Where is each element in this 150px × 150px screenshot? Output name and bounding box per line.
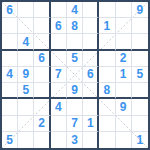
cell-r8c3[interactable]: 2 bbox=[34, 116, 50, 132]
cell-r5c1[interactable]: 4 bbox=[2, 67, 18, 83]
cell-r8c5[interactable]: 7 bbox=[67, 116, 83, 132]
cell-r1c3[interactable] bbox=[34, 2, 50, 18]
sudoku-grid: 649681465249761559849271531 bbox=[2, 2, 148, 148]
cell-r5c6[interactable]: 6 bbox=[83, 67, 99, 83]
cell-r3c3[interactable] bbox=[34, 34, 50, 50]
cell-r6c8[interactable] bbox=[116, 83, 132, 99]
cell-r9c9[interactable]: 1 bbox=[132, 132, 148, 148]
cell-r2c3[interactable] bbox=[34, 18, 50, 34]
cell-r9c2[interactable] bbox=[18, 132, 34, 148]
cell-r9c3[interactable] bbox=[34, 132, 50, 148]
cell-r4c3[interactable]: 6 bbox=[34, 51, 50, 67]
cell-r5c3[interactable] bbox=[34, 67, 50, 83]
cell-r4c6[interactable] bbox=[83, 51, 99, 67]
cell-r4c4[interactable] bbox=[51, 51, 67, 67]
cell-r6c5[interactable]: 9 bbox=[67, 83, 83, 99]
cell-r1c4[interactable] bbox=[51, 2, 67, 18]
cell-r1c7[interactable] bbox=[99, 2, 115, 18]
cell-r4c2[interactable] bbox=[18, 51, 34, 67]
cell-r9c5[interactable]: 3 bbox=[67, 132, 83, 148]
cell-r7c8[interactable]: 9 bbox=[116, 99, 132, 115]
cell-r4c1[interactable] bbox=[2, 51, 18, 67]
cell-r8c7[interactable] bbox=[99, 116, 115, 132]
cell-r8c9[interactable] bbox=[132, 116, 148, 132]
cell-r1c1[interactable]: 6 bbox=[2, 2, 18, 18]
cell-r6c6[interactable] bbox=[83, 83, 99, 99]
cell-r5c4[interactable]: 7 bbox=[51, 67, 67, 83]
cell-r1c9[interactable]: 9 bbox=[132, 2, 148, 18]
cell-r3c4[interactable] bbox=[51, 34, 67, 50]
cell-r7c6[interactable] bbox=[83, 99, 99, 115]
cell-r6c7[interactable]: 8 bbox=[99, 83, 115, 99]
cell-r5c5[interactable] bbox=[67, 67, 83, 83]
cell-r6c1[interactable] bbox=[2, 83, 18, 99]
cell-r9c1[interactable]: 5 bbox=[2, 132, 18, 148]
cell-r4c8[interactable]: 2 bbox=[116, 51, 132, 67]
cell-r2c5[interactable]: 8 bbox=[67, 18, 83, 34]
cell-r6c3[interactable] bbox=[34, 83, 50, 99]
cell-r4c5[interactable]: 5 bbox=[67, 51, 83, 67]
cell-r5c8[interactable]: 1 bbox=[116, 67, 132, 83]
cell-r7c7[interactable] bbox=[99, 99, 115, 115]
cell-r2c9[interactable] bbox=[132, 18, 148, 34]
cell-r9c7[interactable] bbox=[99, 132, 115, 148]
cell-r3c2[interactable]: 4 bbox=[18, 34, 34, 50]
cell-r6c4[interactable] bbox=[51, 83, 67, 99]
cell-r7c5[interactable] bbox=[67, 99, 83, 115]
cell-r2c2[interactable] bbox=[18, 18, 34, 34]
cell-r3c9[interactable] bbox=[132, 34, 148, 50]
cell-r4c7[interactable] bbox=[99, 51, 115, 67]
cell-r3c7[interactable] bbox=[99, 34, 115, 50]
cell-r5c2[interactable]: 9 bbox=[18, 67, 34, 83]
cell-r1c2[interactable] bbox=[18, 2, 34, 18]
cell-r3c5[interactable] bbox=[67, 34, 83, 50]
cell-r6c9[interactable] bbox=[132, 83, 148, 99]
sudoku-board: 649681465249761559849271531 bbox=[0, 0, 150, 150]
cell-r8c4[interactable] bbox=[51, 116, 67, 132]
cell-r3c6[interactable] bbox=[83, 34, 99, 50]
cell-r8c2[interactable] bbox=[18, 116, 34, 132]
cell-r2c8[interactable] bbox=[116, 18, 132, 34]
cell-r7c1[interactable] bbox=[2, 99, 18, 115]
cell-r7c4[interactable]: 4 bbox=[51, 99, 67, 115]
cell-r6c2[interactable]: 5 bbox=[18, 83, 34, 99]
cell-r1c6[interactable] bbox=[83, 2, 99, 18]
cell-r2c1[interactable] bbox=[2, 18, 18, 34]
cell-r4c9[interactable] bbox=[132, 51, 148, 67]
cell-r2c6[interactable] bbox=[83, 18, 99, 34]
cell-r7c2[interactable] bbox=[18, 99, 34, 115]
cell-r9c6[interactable] bbox=[83, 132, 99, 148]
cell-r5c9[interactable]: 5 bbox=[132, 67, 148, 83]
cell-r3c1[interactable] bbox=[2, 34, 18, 50]
cell-r5c7[interactable] bbox=[99, 67, 115, 83]
cell-r8c6[interactable]: 1 bbox=[83, 116, 99, 132]
cell-r8c8[interactable] bbox=[116, 116, 132, 132]
cell-r7c3[interactable] bbox=[34, 99, 50, 115]
cell-r1c5[interactable]: 4 bbox=[67, 2, 83, 18]
cell-r3c8[interactable] bbox=[116, 34, 132, 50]
cell-r2c4[interactable]: 6 bbox=[51, 18, 67, 34]
cell-r2c7[interactable]: 1 bbox=[99, 18, 115, 34]
cell-r7c9[interactable] bbox=[132, 99, 148, 115]
cell-r9c8[interactable] bbox=[116, 132, 132, 148]
cell-r1c8[interactable] bbox=[116, 2, 132, 18]
cell-r9c4[interactable] bbox=[51, 132, 67, 148]
cell-r8c1[interactable] bbox=[2, 116, 18, 132]
